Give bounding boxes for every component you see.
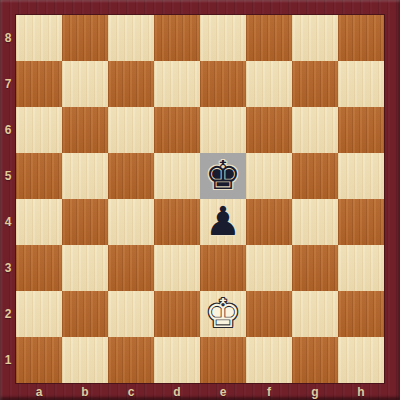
square-c5[interactable] — [108, 153, 154, 199]
square-h8[interactable] — [338, 15, 384, 61]
square-f7[interactable] — [246, 61, 292, 107]
square-d6[interactable] — [154, 107, 200, 153]
square-f3[interactable] — [246, 245, 292, 291]
square-c8[interactable] — [108, 15, 154, 61]
rank-label-7: 7 — [0, 61, 16, 107]
black-pawn[interactable]: ♟ — [205, 198, 241, 244]
square-c7[interactable] — [108, 61, 154, 107]
square-h4[interactable] — [338, 199, 384, 245]
file-label-a: a — [16, 383, 62, 400]
square-h5[interactable] — [338, 153, 384, 199]
square-a2[interactable] — [16, 291, 62, 337]
square-e5[interactable]: ♚ — [200, 153, 246, 199]
square-g5[interactable] — [292, 153, 338, 199]
square-a8[interactable] — [16, 15, 62, 61]
square-c1[interactable] — [108, 337, 154, 383]
square-b2[interactable] — [62, 291, 108, 337]
chess-board-frame: ♚♟♚ 87654321 abcdefgh — [0, 0, 400, 400]
square-d3[interactable] — [154, 245, 200, 291]
square-g8[interactable] — [292, 15, 338, 61]
square-f2[interactable] — [246, 291, 292, 337]
square-b4[interactable] — [62, 199, 108, 245]
square-b1[interactable] — [62, 337, 108, 383]
square-h7[interactable] — [338, 61, 384, 107]
square-h3[interactable] — [338, 245, 384, 291]
file-label-c: c — [108, 383, 154, 400]
square-f1[interactable] — [246, 337, 292, 383]
square-c2[interactable] — [108, 291, 154, 337]
file-label-d: d — [154, 383, 200, 400]
file-label-h: h — [338, 383, 384, 400]
square-g7[interactable] — [292, 61, 338, 107]
square-b7[interactable] — [62, 61, 108, 107]
file-label-e: e — [200, 383, 246, 400]
square-e2[interactable]: ♚ — [200, 291, 246, 337]
rank-label-2: 2 — [0, 291, 16, 337]
square-e4[interactable]: ♟ — [200, 199, 246, 245]
square-g1[interactable] — [292, 337, 338, 383]
chess-board: ♚♟♚ — [16, 15, 384, 383]
square-b8[interactable] — [62, 15, 108, 61]
file-label-g: g — [292, 383, 338, 400]
square-d7[interactable] — [154, 61, 200, 107]
square-c3[interactable] — [108, 245, 154, 291]
square-e3[interactable] — [200, 245, 246, 291]
square-f6[interactable] — [246, 107, 292, 153]
square-e6[interactable] — [200, 107, 246, 153]
square-d5[interactable] — [154, 153, 200, 199]
square-c4[interactable] — [108, 199, 154, 245]
rank-label-4: 4 — [0, 199, 16, 245]
square-h1[interactable] — [338, 337, 384, 383]
white-king[interactable]: ♚ — [205, 290, 241, 336]
square-d1[interactable] — [154, 337, 200, 383]
square-h6[interactable] — [338, 107, 384, 153]
rank-label-6: 6 — [0, 107, 16, 153]
file-label-b: b — [62, 383, 108, 400]
square-a4[interactable] — [16, 199, 62, 245]
square-b6[interactable] — [62, 107, 108, 153]
square-f8[interactable] — [246, 15, 292, 61]
square-a5[interactable] — [16, 153, 62, 199]
square-e1[interactable] — [200, 337, 246, 383]
square-d8[interactable] — [154, 15, 200, 61]
square-d4[interactable] — [154, 199, 200, 245]
square-f4[interactable] — [246, 199, 292, 245]
square-g6[interactable] — [292, 107, 338, 153]
square-c6[interactable] — [108, 107, 154, 153]
square-d2[interactable] — [154, 291, 200, 337]
square-b5[interactable] — [62, 153, 108, 199]
rank-label-8: 8 — [0, 15, 16, 61]
square-g2[interactable] — [292, 291, 338, 337]
rank-label-1: 1 — [0, 337, 16, 383]
rank-label-5: 5 — [0, 153, 16, 199]
square-a6[interactable] — [16, 107, 62, 153]
square-h2[interactable] — [338, 291, 384, 337]
rank-label-3: 3 — [0, 245, 16, 291]
square-a1[interactable] — [16, 337, 62, 383]
square-e8[interactable] — [200, 15, 246, 61]
file-label-f: f — [246, 383, 292, 400]
square-g4[interactable] — [292, 199, 338, 245]
square-e7[interactable] — [200, 61, 246, 107]
black-king[interactable]: ♚ — [205, 152, 241, 198]
square-b3[interactable] — [62, 245, 108, 291]
square-a3[interactable] — [16, 245, 62, 291]
square-g3[interactable] — [292, 245, 338, 291]
square-f5[interactable] — [246, 153, 292, 199]
square-a7[interactable] — [16, 61, 62, 107]
